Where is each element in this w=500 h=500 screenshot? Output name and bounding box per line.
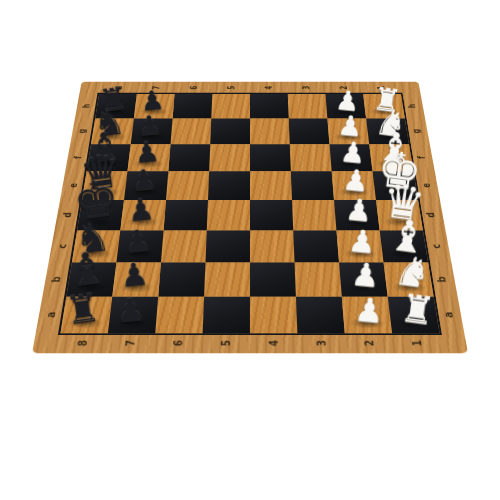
coordinate-label: 6 — [189, 86, 198, 90]
coordinate-label: 4 — [264, 86, 273, 90]
square-d4 — [250, 200, 293, 230]
square-a5 — [203, 297, 250, 333]
rank-label: 7 — [105, 333, 155, 353]
black-pawn: ♟ — [126, 196, 155, 227]
piece-glyph: ♟ — [115, 295, 147, 329]
square-h3 — [288, 94, 328, 118]
white-pawn: ♟ — [347, 227, 377, 259]
coordinate-label: c — [431, 244, 442, 249]
square-a4 — [250, 297, 297, 333]
coordinate-label: 5 — [220, 340, 232, 346]
board-margin-corner — [440, 333, 468, 353]
piece-glyph: ♟ — [126, 196, 155, 227]
square-c5 — [205, 230, 250, 262]
square-a2: ♟ — [342, 297, 392, 333]
coordinate-label: h — [408, 104, 418, 108]
square-d3 — [292, 200, 336, 230]
rank-label: 5 — [202, 333, 250, 353]
black-pawn: ♟ — [123, 227, 153, 259]
square-a1: ♜ — [388, 297, 440, 333]
black-rook: ♜ — [63, 289, 102, 329]
product-photo-scene: 87654321h♜♟♟♜hg♞♟♟♞gf♝♟♟♝fe♛♟♟♚ed♚♟♟♛dc♞… — [0, 0, 500, 500]
square-e3 — [291, 171, 334, 200]
piece-glyph: ♟ — [119, 260, 150, 293]
square-g3 — [289, 118, 330, 144]
white-pawn: ♟ — [344, 196, 373, 227]
square-f5 — [209, 144, 250, 171]
black-pawn: ♟ — [119, 260, 150, 293]
chess-board: 87654321h♜♟♟♜hg♞♟♟♞gf♝♟♟♝fe♛♟♟♚ed♚♟♟♛dc♞… — [32, 82, 468, 354]
rank-label: 2 — [345, 333, 395, 353]
square-h6 — [173, 94, 213, 118]
square-g5 — [210, 118, 250, 144]
file-label: a — [36, 297, 67, 333]
coordinate-label: 2 — [363, 340, 375, 346]
rank-label: 4 — [250, 333, 298, 353]
square-g6 — [171, 118, 212, 144]
white-pawn: ♟ — [353, 295, 385, 329]
square-e5 — [208, 171, 250, 200]
board-side-edge — [34, 353, 465, 362]
white-pawn: ♟ — [350, 260, 381, 293]
rank-label: 3 — [287, 82, 325, 94]
square-b6 — [158, 263, 205, 297]
piece-glyph: ♟ — [350, 260, 381, 293]
coordinate-label: 7 — [125, 340, 137, 346]
perspective-wrapper: 87654321h♜♟♟♜hg♞♟♟♞gf♝♟♟♝fe♛♟♟♚ed♚♟♟♛dc♞… — [0, 0, 500, 500]
square-c4 — [250, 230, 295, 262]
coordinate-label: 1 — [411, 340, 423, 346]
piece-glyph: ♟ — [347, 227, 377, 259]
coordinate-label: 4 — [268, 340, 280, 346]
white-rook: ♜ — [398, 289, 437, 329]
coordinate-label: 3 — [316, 340, 328, 346]
rank-label: 1 — [392, 333, 443, 353]
square-d6 — [164, 200, 208, 230]
coordinate-label: 8 — [77, 340, 89, 346]
square-b3 — [295, 263, 342, 297]
rank-label: 8 — [57, 333, 108, 353]
square-h4 — [250, 94, 289, 118]
coordinate-label: d — [63, 212, 74, 217]
piece-glyph: ♟ — [353, 295, 385, 329]
coordinate-label: 6 — [172, 340, 184, 346]
rank-label: 6 — [154, 333, 203, 353]
square-e6 — [166, 171, 209, 200]
piece-glyph: ♜ — [63, 289, 102, 329]
piece-glyph: ♟ — [123, 227, 153, 259]
square-c6 — [161, 230, 207, 262]
square-b4 — [250, 263, 296, 297]
coordinate-label: 5 — [227, 86, 236, 90]
board-margin-corner — [32, 333, 60, 353]
square-a3 — [296, 297, 345, 333]
coordinate-label: a — [443, 312, 455, 318]
square-h5 — [211, 94, 250, 118]
coordinate-label: b — [51, 277, 63, 283]
coordinate-label: b — [437, 277, 449, 283]
square-a6 — [155, 297, 204, 333]
file-label: a — [434, 297, 465, 333]
square-c3 — [293, 230, 339, 262]
piece-glyph: ♜ — [398, 289, 437, 329]
coordinate-label: 3 — [302, 86, 311, 90]
square-a7: ♟ — [108, 297, 158, 333]
square-d5 — [207, 200, 250, 230]
square-e4 — [250, 171, 292, 200]
square-b5 — [204, 263, 250, 297]
rank-label: 4 — [250, 82, 288, 94]
piece-glyph: ♟ — [344, 196, 373, 227]
square-a8: ♜ — [60, 297, 112, 333]
square-f4 — [250, 144, 291, 171]
rank-label: 6 — [175, 82, 213, 94]
square-f6 — [168, 144, 210, 171]
coordinate-label: a — [45, 312, 57, 318]
black-pawn: ♟ — [115, 295, 147, 329]
square-f3 — [290, 144, 332, 171]
rank-label: 3 — [297, 333, 346, 353]
rank-label: 5 — [212, 82, 250, 94]
square-g4 — [250, 118, 290, 144]
